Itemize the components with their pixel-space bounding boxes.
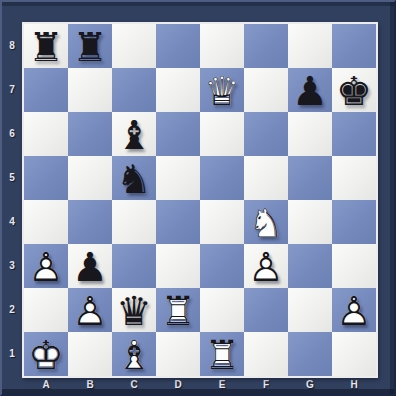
file-label-h: H [332, 377, 376, 395]
square-a3[interactable]: ♟♙ [24, 244, 68, 288]
square-f1[interactable] [244, 332, 288, 376]
square-e8[interactable] [200, 24, 244, 68]
square-h4[interactable] [332, 200, 376, 244]
square-a1[interactable]: ♚♔ [24, 332, 68, 376]
square-f2[interactable] [244, 288, 288, 332]
square-h6[interactable] [332, 112, 376, 156]
black-pawn-icon: ♟ [288, 68, 332, 112]
square-d3[interactable] [156, 244, 200, 288]
rank-label-1: 1 [2, 332, 22, 376]
black-knight-icon: ♞ [112, 156, 156, 200]
square-c3[interactable] [112, 244, 156, 288]
piece-black-rook[interactable]: ♜ [68, 24, 112, 68]
chess-board: ♜♜♛♕♟♚♝♞♞♘♟♙♟♟♙♟♙♛♜♖♟♙♚♔♝♗♜♖ [22, 22, 378, 378]
square-a2[interactable] [24, 288, 68, 332]
square-c8[interactable] [112, 24, 156, 68]
white-pawn-outline-icon: ♙ [244, 244, 288, 288]
square-f7[interactable] [244, 68, 288, 112]
white-pawn-outline-icon: ♙ [68, 288, 112, 332]
square-e3[interactable] [200, 244, 244, 288]
piece-white-pawn[interactable]: ♟♙ [244, 244, 288, 288]
square-g7[interactable]: ♟ [288, 68, 332, 112]
piece-white-pawn[interactable]: ♟♙ [68, 288, 112, 332]
square-d4[interactable] [156, 200, 200, 244]
square-f6[interactable] [244, 112, 288, 156]
square-d2[interactable]: ♜♖ [156, 288, 200, 332]
square-f8[interactable] [244, 24, 288, 68]
square-b8[interactable]: ♜ [68, 24, 112, 68]
square-g3[interactable] [288, 244, 332, 288]
square-b6[interactable] [68, 112, 112, 156]
square-e7[interactable]: ♛♕ [200, 68, 244, 112]
square-h5[interactable] [332, 156, 376, 200]
square-h3[interactable] [332, 244, 376, 288]
square-d8[interactable] [156, 24, 200, 68]
square-b1[interactable] [68, 332, 112, 376]
white-rook-outline-icon: ♖ [200, 332, 244, 376]
square-e5[interactable] [200, 156, 244, 200]
square-f3[interactable]: ♟♙ [244, 244, 288, 288]
white-pawn-outline-icon: ♙ [332, 288, 376, 332]
square-d1[interactable] [156, 332, 200, 376]
square-h8[interactable] [332, 24, 376, 68]
piece-black-queen[interactable]: ♛ [112, 288, 156, 332]
square-e2[interactable] [200, 288, 244, 332]
piece-black-bishop[interactable]: ♝ [112, 112, 156, 156]
rank-label-5: 5 [2, 156, 22, 200]
square-b2[interactable]: ♟♙ [68, 288, 112, 332]
board-frame: 87654321 ABCDEFGH ♜♜♛♕♟♚♝♞♞♘♟♙♟♟♙♟♙♛♜♖♟♙… [0, 0, 396, 396]
square-g8[interactable] [288, 24, 332, 68]
square-a5[interactable] [24, 156, 68, 200]
square-g6[interactable] [288, 112, 332, 156]
white-bishop-outline-icon: ♗ [112, 332, 156, 376]
black-rook-icon: ♜ [24, 24, 68, 68]
piece-black-rook[interactable]: ♜ [24, 24, 68, 68]
piece-white-queen[interactable]: ♛♕ [200, 68, 244, 112]
rank-label-2: 2 [2, 288, 22, 332]
square-h2[interactable]: ♟♙ [332, 288, 376, 332]
square-d7[interactable] [156, 68, 200, 112]
square-c6[interactable]: ♝ [112, 112, 156, 156]
square-a4[interactable] [24, 200, 68, 244]
square-e4[interactable] [200, 200, 244, 244]
rank-label-6: 6 [2, 112, 22, 156]
white-queen-outline-icon: ♕ [200, 68, 244, 112]
piece-white-king[interactable]: ♚♔ [24, 332, 68, 376]
square-a7[interactable] [24, 68, 68, 112]
rank-label-3: 3 [2, 244, 22, 288]
piece-white-pawn[interactable]: ♟♙ [332, 288, 376, 332]
square-g1[interactable] [288, 332, 332, 376]
piece-white-bishop[interactable]: ♝♗ [112, 332, 156, 376]
square-b3[interactable]: ♟ [68, 244, 112, 288]
square-c2[interactable]: ♛ [112, 288, 156, 332]
white-knight-outline-icon: ♘ [244, 200, 288, 244]
square-f4[interactable]: ♞♘ [244, 200, 288, 244]
square-g2[interactable] [288, 288, 332, 332]
file-label-e: E [200, 377, 244, 395]
black-pawn-icon: ♟ [68, 244, 112, 288]
piece-black-pawn[interactable]: ♟ [68, 244, 112, 288]
file-label-g: G [288, 377, 332, 395]
piece-black-knight[interactable]: ♞ [112, 156, 156, 200]
piece-black-pawn[interactable]: ♟ [288, 68, 332, 112]
file-label-c: C [112, 377, 156, 395]
square-c1[interactable]: ♝♗ [112, 332, 156, 376]
file-label-a: A [24, 377, 68, 395]
square-d6[interactable] [156, 112, 200, 156]
rank-label-4: 4 [2, 200, 22, 244]
square-h7[interactable]: ♚ [332, 68, 376, 112]
white-rook-outline-icon: ♖ [156, 288, 200, 332]
black-bishop-icon: ♝ [112, 112, 156, 156]
square-g4[interactable] [288, 200, 332, 244]
square-e1[interactable]: ♜♖ [200, 332, 244, 376]
piece-white-rook[interactable]: ♜♖ [156, 288, 200, 332]
square-c4[interactable] [112, 200, 156, 244]
black-queen-icon: ♛ [112, 288, 156, 332]
square-d5[interactable] [156, 156, 200, 200]
rank-label-7: 7 [2, 68, 22, 112]
square-c7[interactable] [112, 68, 156, 112]
square-f5[interactable] [244, 156, 288, 200]
square-c5[interactable]: ♞ [112, 156, 156, 200]
file-label-d: D [156, 377, 200, 395]
square-a6[interactable] [24, 112, 68, 156]
square-e6[interactable] [200, 112, 244, 156]
piece-white-knight[interactable]: ♞♘ [244, 200, 288, 244]
square-h1[interactable] [332, 332, 376, 376]
black-rook-icon: ♜ [68, 24, 112, 68]
rank-label-8: 8 [2, 24, 22, 68]
file-label-f: F [244, 377, 288, 395]
square-b7[interactable] [68, 68, 112, 112]
square-b4[interactable] [68, 200, 112, 244]
piece-white-pawn[interactable]: ♟♙ [24, 244, 68, 288]
piece-black-king[interactable]: ♚ [332, 68, 376, 112]
piece-white-rook[interactable]: ♜♖ [200, 332, 244, 376]
white-pawn-outline-icon: ♙ [24, 244, 68, 288]
square-a8[interactable]: ♜ [24, 24, 68, 68]
square-b5[interactable] [68, 156, 112, 200]
file-label-b: B [68, 377, 112, 395]
white-king-outline-icon: ♔ [24, 332, 68, 376]
square-g5[interactable] [288, 156, 332, 200]
black-king-icon: ♚ [332, 68, 376, 112]
